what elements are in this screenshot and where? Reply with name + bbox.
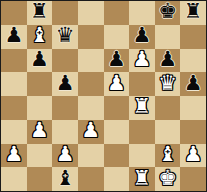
white-pawn[interactable]: ♟: [56, 144, 75, 165]
square-c3[interactable]: [52, 120, 78, 144]
white-pawn[interactable]: ♟: [184, 144, 203, 165]
square-c7[interactable]: ♛: [52, 25, 78, 49]
square-a2[interactable]: ♟: [1, 144, 27, 168]
white-king[interactable]: ♚: [158, 168, 177, 189]
square-g8[interactable]: ♚: [155, 1, 181, 25]
square-f4[interactable]: ♜: [129, 96, 155, 120]
square-a5[interactable]: [1, 72, 27, 96]
black-rook[interactable]: ♜: [184, 1, 203, 22]
square-d1[interactable]: [78, 167, 104, 191]
square-e2[interactable]: [104, 144, 130, 168]
black-pawn[interactable]: ♟: [4, 25, 23, 46]
square-a7[interactable]: ♟: [1, 25, 27, 49]
white-pawn[interactable]: ♟: [4, 144, 23, 165]
square-f8[interactable]: [129, 1, 155, 25]
square-d2[interactable]: [78, 144, 104, 168]
black-rook[interactable]: ♜: [30, 1, 49, 22]
square-a6[interactable]: [1, 49, 27, 73]
white-queen[interactable]: ♛: [158, 73, 177, 94]
square-h2[interactable]: ♟: [180, 144, 206, 168]
square-d3[interactable]: ♟: [78, 120, 104, 144]
square-f3[interactable]: [129, 120, 155, 144]
square-f6[interactable]: ♟: [129, 49, 155, 73]
square-c2[interactable]: ♟: [52, 144, 78, 168]
square-h8[interactable]: ♜: [180, 1, 206, 25]
square-e7[interactable]: [104, 25, 130, 49]
square-a3[interactable]: [1, 120, 27, 144]
white-rook[interactable]: ♜: [133, 96, 152, 117]
square-e1[interactable]: [104, 167, 130, 191]
square-b1[interactable]: [27, 167, 53, 191]
square-e4[interactable]: [104, 96, 130, 120]
square-h6[interactable]: [180, 49, 206, 73]
square-h3[interactable]: [180, 120, 206, 144]
white-pawn[interactable]: ♟: [30, 120, 49, 141]
black-pawn[interactable]: ♟: [184, 73, 203, 94]
square-f2[interactable]: [129, 144, 155, 168]
white-pawn[interactable]: ♟: [133, 49, 152, 70]
black-pawn[interactable]: ♟: [133, 25, 152, 46]
black-pawn[interactable]: ♟: [30, 49, 49, 70]
square-f1[interactable]: ♜: [129, 167, 155, 191]
square-g7[interactable]: [155, 25, 181, 49]
square-d7[interactable]: [78, 25, 104, 49]
square-a8[interactable]: [1, 1, 27, 25]
square-b2[interactable]: [27, 144, 53, 168]
white-bishop[interactable]: ♝: [158, 144, 177, 165]
square-c4[interactable]: [52, 96, 78, 120]
black-pawn[interactable]: ♟: [56, 73, 75, 94]
white-rook[interactable]: ♜: [133, 168, 152, 189]
square-c6[interactable]: [52, 49, 78, 73]
square-g6[interactable]: ♟: [155, 49, 181, 73]
square-c1[interactable]: ♝: [52, 167, 78, 191]
square-c8[interactable]: [52, 1, 78, 25]
square-d8[interactable]: [78, 1, 104, 25]
square-d4[interactable]: [78, 96, 104, 120]
square-f7[interactable]: ♟: [129, 25, 155, 49]
square-a4[interactable]: [1, 96, 27, 120]
square-b4[interactable]: [27, 96, 53, 120]
chess-board: ♜♚♜♟♝♛♟♟♟♟♟♟♟♛♟♜♟♟♟♟♝♟♝♜♚: [0, 0, 207, 192]
black-queen[interactable]: ♛: [56, 25, 75, 46]
square-g5[interactable]: ♛: [155, 72, 181, 96]
black-bishop[interactable]: ♝: [56, 168, 75, 189]
white-bishop[interactable]: ♝: [30, 25, 49, 46]
square-b7[interactable]: ♝: [27, 25, 53, 49]
square-b3[interactable]: ♟: [27, 120, 53, 144]
square-f5[interactable]: [129, 72, 155, 96]
square-g3[interactable]: [155, 120, 181, 144]
square-d6[interactable]: [78, 49, 104, 73]
white-pawn[interactable]: ♟: [81, 120, 100, 141]
square-g1[interactable]: ♚: [155, 167, 181, 191]
square-g4[interactable]: [155, 96, 181, 120]
square-b5[interactable]: [27, 72, 53, 96]
square-h1[interactable]: [180, 167, 206, 191]
square-d5[interactable]: [78, 72, 104, 96]
square-e8[interactable]: [104, 1, 130, 25]
square-h4[interactable]: [180, 96, 206, 120]
square-b8[interactable]: ♜: [27, 1, 53, 25]
square-g2[interactable]: ♝: [155, 144, 181, 168]
square-a1[interactable]: [1, 167, 27, 191]
square-c5[interactable]: ♟: [52, 72, 78, 96]
square-e6[interactable]: ♟: [104, 49, 130, 73]
black-pawn[interactable]: ♟: [107, 49, 126, 70]
square-h5[interactable]: ♟: [180, 72, 206, 96]
square-h7[interactable]: [180, 25, 206, 49]
white-pawn[interactable]: ♟: [107, 73, 126, 94]
square-e5[interactable]: ♟: [104, 72, 130, 96]
black-pawn[interactable]: ♟: [158, 49, 177, 70]
square-b6[interactable]: ♟: [27, 49, 53, 73]
black-king[interactable]: ♚: [158, 1, 177, 22]
square-e3[interactable]: [104, 120, 130, 144]
